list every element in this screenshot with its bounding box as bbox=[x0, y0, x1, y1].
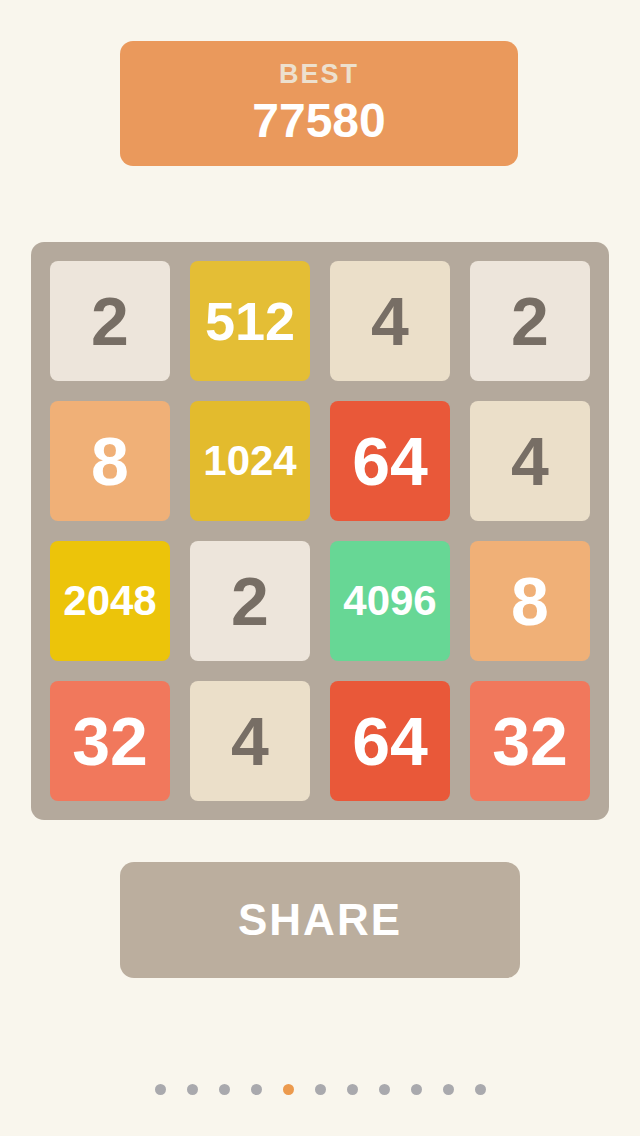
tile-r4-c2-value-4: 4 bbox=[190, 681, 310, 801]
tile-r2-c2-value-1024: 1024 bbox=[190, 401, 310, 521]
tile-r3-c1-value-2048: 2048 bbox=[50, 541, 170, 661]
page-dot-2[interactable] bbox=[187, 1084, 198, 1095]
page-dot-8[interactable] bbox=[379, 1084, 390, 1095]
best-score-value: 77580 bbox=[252, 93, 385, 148]
page-dot-5-active[interactable] bbox=[283, 1084, 294, 1095]
page-dots-indicator bbox=[0, 1084, 640, 1095]
page-dot-4[interactable] bbox=[251, 1084, 262, 1095]
tile-r1-c3-value-4: 4 bbox=[330, 261, 450, 381]
page-dot-3[interactable] bbox=[219, 1084, 230, 1095]
page-dot-10[interactable] bbox=[443, 1084, 454, 1095]
tile-r2-c1-value-8: 8 bbox=[50, 401, 170, 521]
page-dot-1[interactable] bbox=[155, 1084, 166, 1095]
tile-r4-c1-value-32: 32 bbox=[50, 681, 170, 801]
page-dot-9[interactable] bbox=[411, 1084, 422, 1095]
page-dot-7[interactable] bbox=[347, 1084, 358, 1095]
tile-r3-c4-value-8: 8 bbox=[470, 541, 590, 661]
page-dot-11[interactable] bbox=[475, 1084, 486, 1095]
tile-r2-c3-value-64: 64 bbox=[330, 401, 450, 521]
game-board[interactable]: 2512428102464420482409683246432 bbox=[31, 242, 609, 820]
tile-r2-c4-value-4: 4 bbox=[470, 401, 590, 521]
best-score-box: BEST 77580 bbox=[120, 41, 518, 166]
best-score-label: BEST bbox=[279, 59, 359, 90]
tile-r1-c1-value-2: 2 bbox=[50, 261, 170, 381]
tile-r1-c4-value-2: 2 bbox=[470, 261, 590, 381]
app-screen: BEST 77580 25124281024644204824096832464… bbox=[0, 0, 640, 1136]
page-dot-6[interactable] bbox=[315, 1084, 326, 1095]
tile-r3-c3-value-4096: 4096 bbox=[330, 541, 450, 661]
tile-r3-c2-value-2: 2 bbox=[190, 541, 310, 661]
tile-r4-c3-value-64: 64 bbox=[330, 681, 450, 801]
share-button[interactable]: SHARE bbox=[120, 862, 520, 978]
tile-r1-c2-value-512: 512 bbox=[190, 261, 310, 381]
tile-r4-c4-value-32: 32 bbox=[470, 681, 590, 801]
